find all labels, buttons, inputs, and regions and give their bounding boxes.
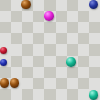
board-cell[interactable]	[11, 33, 22, 44]
board-cell[interactable]	[78, 78, 89, 89]
board-cell[interactable]	[33, 22, 44, 33]
board-cell[interactable]	[11, 22, 22, 33]
board-cell[interactable]	[67, 78, 78, 89]
board-cell[interactable]	[56, 56, 67, 67]
marble-blue[interactable]	[0, 59, 7, 66]
board-cell[interactable]	[89, 56, 100, 67]
board-cell[interactable]	[11, 56, 22, 67]
board-cell[interactable]	[67, 44, 78, 55]
board-cell[interactable]	[78, 0, 89, 11]
board-cell[interactable]	[33, 11, 44, 22]
board-cell[interactable]	[56, 44, 67, 55]
board-cell[interactable]	[33, 56, 44, 67]
board-cell[interactable]	[89, 44, 100, 55]
marble-brown[interactable]	[0, 78, 9, 88]
board-cell[interactable]	[89, 33, 100, 44]
marble-teal[interactable]	[66, 57, 76, 67]
board-cell[interactable]	[56, 67, 67, 78]
board-cell[interactable]	[22, 78, 33, 89]
board-cell[interactable]	[33, 0, 44, 11]
board-cell[interactable]	[78, 11, 89, 22]
board-cell[interactable]	[67, 67, 78, 78]
board-cell[interactable]	[0, 11, 11, 22]
board-cell[interactable]	[78, 44, 89, 55]
board-cell[interactable]	[44, 67, 55, 78]
board-cell[interactable]	[44, 22, 55, 33]
board-cell[interactable]	[89, 78, 100, 89]
board-cell[interactable]	[0, 0, 11, 11]
board-cell[interactable]	[33, 89, 44, 100]
board-cell[interactable]	[11, 11, 22, 22]
board-cell[interactable]	[22, 89, 33, 100]
board-cell[interactable]	[56, 11, 67, 22]
board-cell[interactable]	[22, 67, 33, 78]
board-cell[interactable]	[67, 0, 78, 11]
board-cell[interactable]	[22, 44, 33, 55]
marble-magenta[interactable]	[44, 11, 54, 21]
board-cell[interactable]	[44, 0, 55, 11]
board-cell[interactable]	[56, 78, 67, 89]
board-cell[interactable]	[78, 89, 89, 100]
board-cell[interactable]	[0, 33, 11, 44]
board-cell[interactable]	[78, 56, 89, 67]
board-cell[interactable]	[22, 22, 33, 33]
board-cell[interactable]	[11, 89, 22, 100]
board-cell[interactable]	[78, 67, 89, 78]
board-cell[interactable]	[78, 33, 89, 44]
board-cell[interactable]	[44, 89, 55, 100]
game-screenshot	[0, 0, 100, 100]
board-cell[interactable]	[56, 33, 67, 44]
board-cell[interactable]	[22, 33, 33, 44]
board-cell[interactable]	[56, 89, 67, 100]
board-cell[interactable]	[89, 67, 100, 78]
board-cell[interactable]	[0, 22, 11, 33]
board-cell[interactable]	[11, 44, 22, 55]
board-cell[interactable]	[67, 22, 78, 33]
board-cell[interactable]	[0, 89, 11, 100]
board-cell[interactable]	[89, 11, 100, 22]
board-cell[interactable]	[33, 44, 44, 55]
board-cell[interactable]	[33, 67, 44, 78]
board-cell[interactable]	[33, 33, 44, 44]
board-cell[interactable]	[11, 67, 22, 78]
board-cell[interactable]	[67, 89, 78, 100]
board-cell[interactable]	[44, 33, 55, 44]
board-cell[interactable]	[44, 44, 55, 55]
board-cell[interactable]	[22, 56, 33, 67]
board-cell[interactable]	[0, 67, 11, 78]
board-cell[interactable]	[67, 33, 78, 44]
board-cell[interactable]	[78, 22, 89, 33]
board-cell[interactable]	[33, 78, 44, 89]
board-cell[interactable]	[67, 11, 78, 22]
board-cell[interactable]	[56, 22, 67, 33]
board-cell[interactable]	[44, 56, 55, 67]
board-cell[interactable]	[89, 22, 100, 33]
board-cell[interactable]	[56, 0, 67, 11]
board-cell[interactable]	[22, 11, 33, 22]
board-cell[interactable]	[44, 78, 55, 89]
